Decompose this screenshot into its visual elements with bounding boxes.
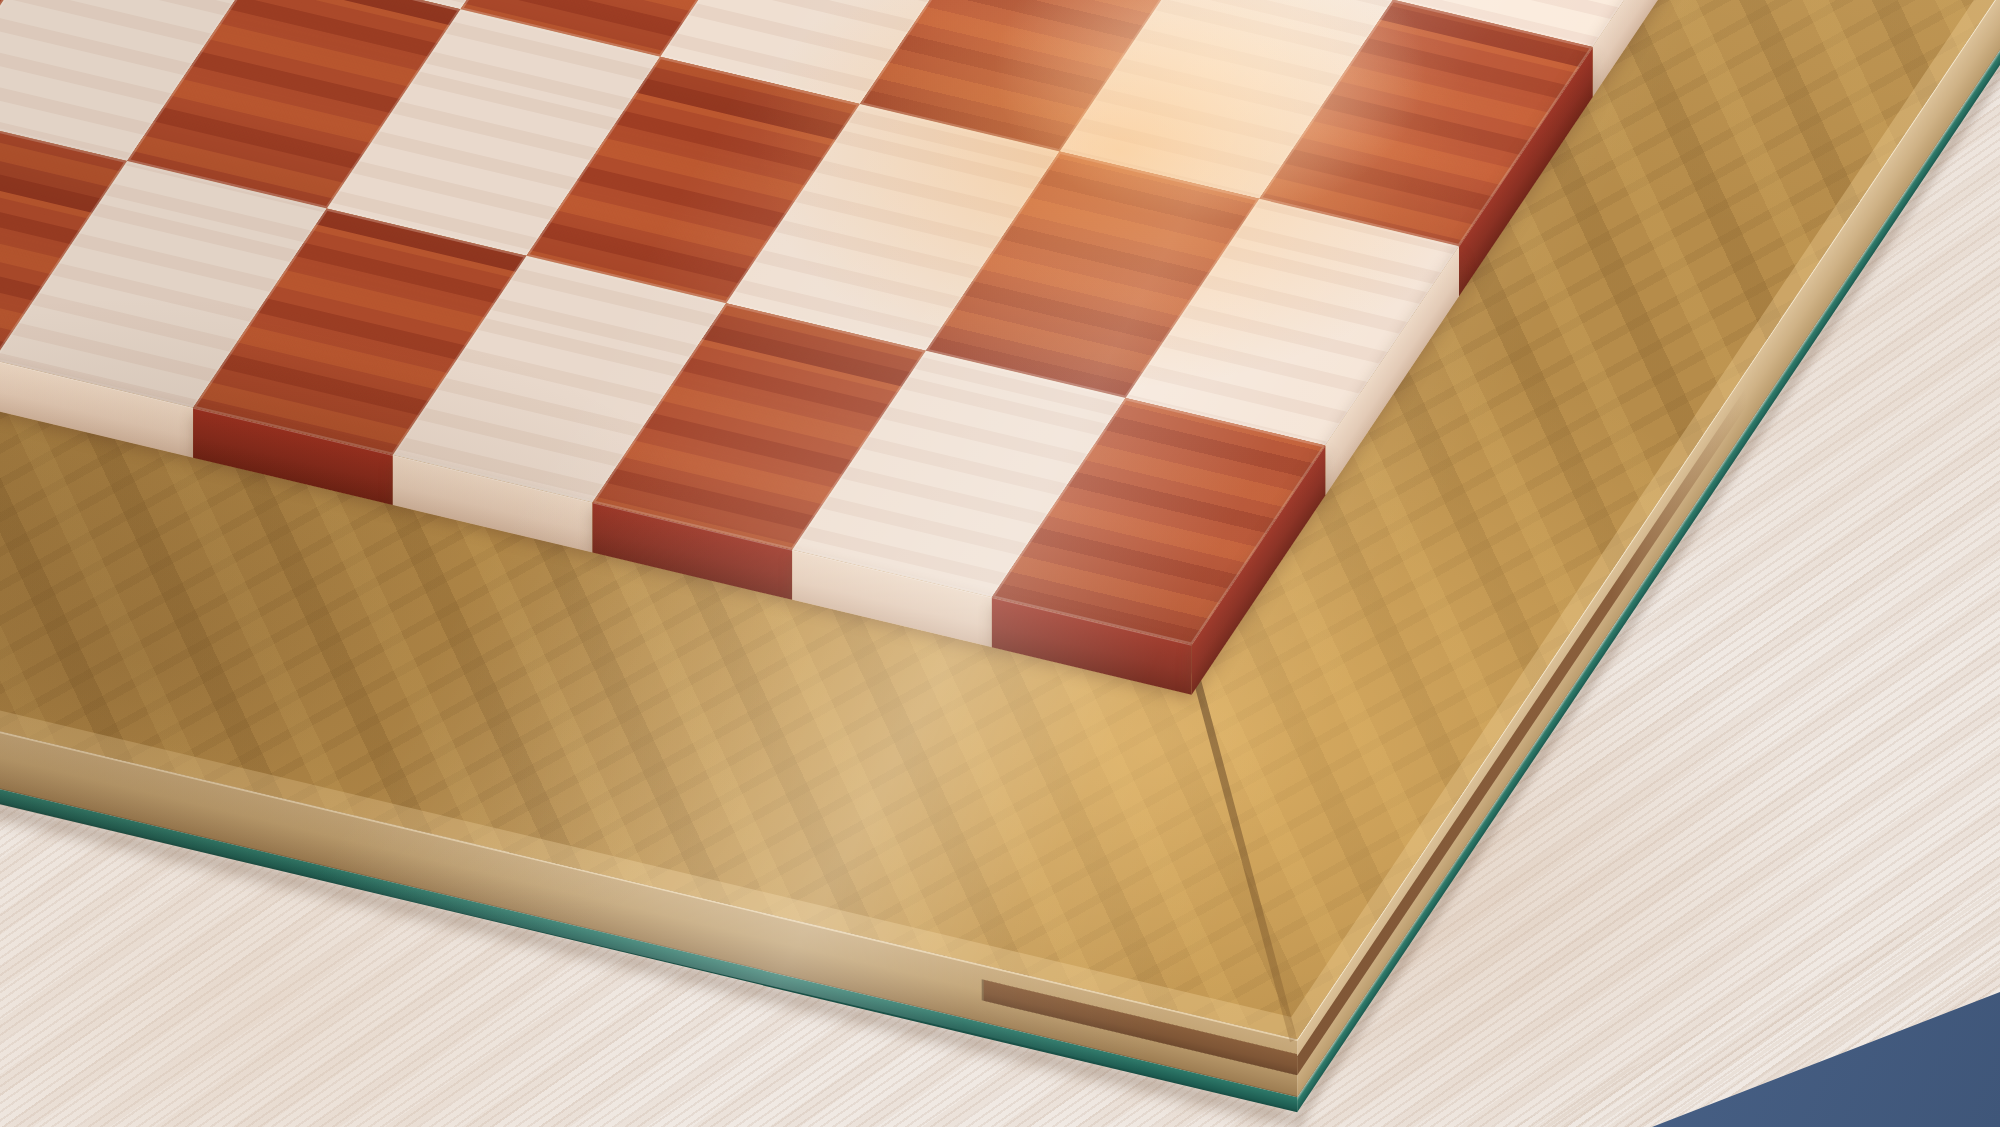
frame-miter-joint xyxy=(1183,640,1297,1043)
photo-scene xyxy=(0,0,2000,1127)
